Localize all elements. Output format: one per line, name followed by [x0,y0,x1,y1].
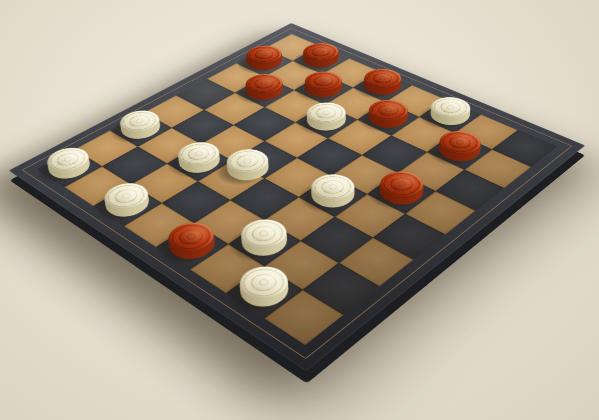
board-frame [9,23,585,371]
checkers-board [9,23,585,371]
board-squares [37,34,557,345]
scene [0,0,599,420]
